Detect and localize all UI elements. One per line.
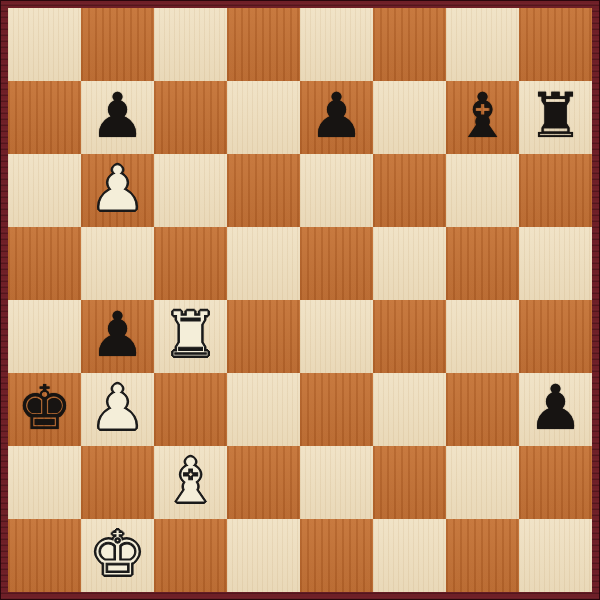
square-a5[interactable] (8, 227, 81, 300)
white-pawn[interactable]: ♟ (90, 158, 146, 220)
chess-board: ♟♟♝♜♟♟♜♚♟♟♝♚ (8, 8, 592, 592)
square-h1[interactable] (519, 519, 592, 592)
square-h7[interactable]: ♜ (519, 81, 592, 154)
square-b6[interactable]: ♟ (81, 154, 154, 227)
square-f8[interactable] (373, 8, 446, 81)
black-rook[interactable]: ♜ (528, 85, 584, 147)
board-frame: ♟♟♝♜♟♟♜♚♟♟♝♚ (0, 0, 600, 600)
square-e2[interactable] (300, 446, 373, 519)
square-h2[interactable] (519, 446, 592, 519)
square-c1[interactable] (154, 519, 227, 592)
square-g3[interactable] (446, 373, 519, 446)
square-a1[interactable] (8, 519, 81, 592)
square-a2[interactable] (8, 446, 81, 519)
square-b4[interactable]: ♟ (81, 300, 154, 373)
square-e5[interactable] (300, 227, 373, 300)
square-b1[interactable]: ♚ (81, 519, 154, 592)
square-f6[interactable] (373, 154, 446, 227)
square-f1[interactable] (373, 519, 446, 592)
white-king[interactable]: ♚ (90, 523, 146, 585)
square-e3[interactable] (300, 373, 373, 446)
square-d8[interactable] (227, 8, 300, 81)
square-g5[interactable] (446, 227, 519, 300)
black-pawn[interactable]: ♟ (90, 304, 146, 366)
square-b8[interactable] (81, 8, 154, 81)
square-h4[interactable] (519, 300, 592, 373)
square-c4[interactable]: ♜ (154, 300, 227, 373)
square-d5[interactable] (227, 227, 300, 300)
square-c3[interactable] (154, 373, 227, 446)
square-b5[interactable] (81, 227, 154, 300)
square-d7[interactable] (227, 81, 300, 154)
square-b7[interactable]: ♟ (81, 81, 154, 154)
square-g7[interactable]: ♝ (446, 81, 519, 154)
square-e8[interactable] (300, 8, 373, 81)
black-bishop[interactable]: ♝ (455, 85, 511, 147)
square-d4[interactable] (227, 300, 300, 373)
black-pawn[interactable]: ♟ (528, 377, 584, 439)
square-h8[interactable] (519, 8, 592, 81)
square-d3[interactable] (227, 373, 300, 446)
square-g4[interactable] (446, 300, 519, 373)
square-f5[interactable] (373, 227, 446, 300)
square-e6[interactable] (300, 154, 373, 227)
white-rook[interactable]: ♜ (163, 304, 219, 366)
square-c8[interactable] (154, 8, 227, 81)
square-g8[interactable] (446, 8, 519, 81)
black-pawn[interactable]: ♟ (309, 85, 365, 147)
white-pawn[interactable]: ♟ (90, 377, 146, 439)
square-c6[interactable] (154, 154, 227, 227)
square-f3[interactable] (373, 373, 446, 446)
square-c5[interactable] (154, 227, 227, 300)
black-king[interactable]: ♚ (17, 377, 73, 439)
square-h6[interactable] (519, 154, 592, 227)
square-h5[interactable] (519, 227, 592, 300)
square-a3[interactable]: ♚ (8, 373, 81, 446)
square-a8[interactable] (8, 8, 81, 81)
square-a4[interactable] (8, 300, 81, 373)
square-e4[interactable] (300, 300, 373, 373)
square-f4[interactable] (373, 300, 446, 373)
square-b2[interactable] (81, 446, 154, 519)
square-g1[interactable] (446, 519, 519, 592)
square-a7[interactable] (8, 81, 81, 154)
black-pawn[interactable]: ♟ (90, 85, 146, 147)
square-h3[interactable]: ♟ (519, 373, 592, 446)
square-d1[interactable] (227, 519, 300, 592)
square-a6[interactable] (8, 154, 81, 227)
square-d6[interactable] (227, 154, 300, 227)
square-c7[interactable] (154, 81, 227, 154)
square-d2[interactable] (227, 446, 300, 519)
square-e7[interactable]: ♟ (300, 81, 373, 154)
white-bishop[interactable]: ♝ (163, 450, 219, 512)
square-c2[interactable]: ♝ (154, 446, 227, 519)
square-e1[interactable] (300, 519, 373, 592)
square-f2[interactable] (373, 446, 446, 519)
square-b3[interactable]: ♟ (81, 373, 154, 446)
square-f7[interactable] (373, 81, 446, 154)
square-g6[interactable] (446, 154, 519, 227)
square-g2[interactable] (446, 446, 519, 519)
